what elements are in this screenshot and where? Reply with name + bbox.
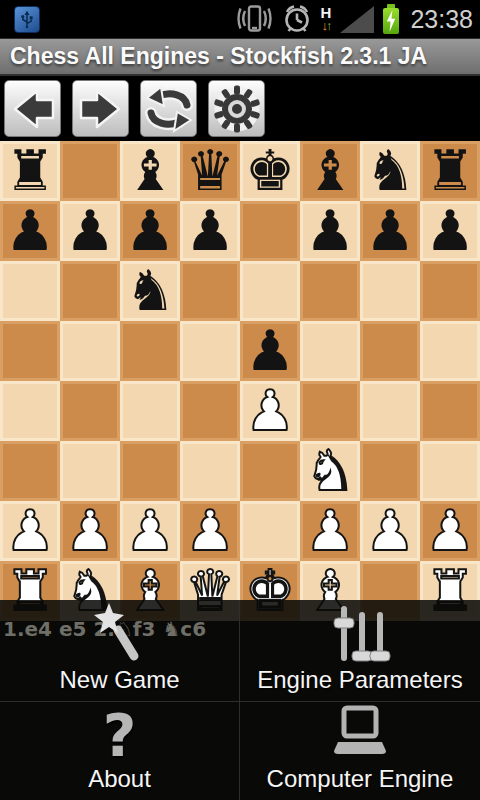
square-g6[interactable] [360,261,420,321]
black-queen: ♛ [185,141,235,201]
square-e3[interactable] [240,441,300,501]
black-rook: ♜ [5,141,55,201]
black-rook: ♜ [425,141,475,201]
menu-item-new-game[interactable]: New Game [0,600,240,702]
square-f7[interactable]: ♟ [300,201,360,261]
square-d4[interactable] [180,381,240,441]
square-f4[interactable] [300,381,360,441]
square-g8[interactable]: ♞ [360,141,420,201]
square-f3[interactable]: ♞ [300,441,360,501]
charging-bolt-icon [384,9,398,33]
square-f5[interactable] [300,321,360,381]
gear-icon [213,85,261,133]
square-g5[interactable] [360,321,420,381]
square-d3[interactable] [180,441,240,501]
sliders-icon [328,598,392,666]
square-f6[interactable] [300,261,360,321]
black-pawn: ♟ [185,201,235,261]
white-pawn: ♟ [425,501,475,561]
toolbar [0,76,480,141]
square-e2[interactable] [240,501,300,561]
status-bar: H ↓↑ 23:38 [0,0,480,38]
app-root: H ↓↑ 23:38 Chess All Engines - Stockfish… [0,0,480,800]
square-c4[interactable] [120,381,180,441]
square-h2[interactable]: ♟ [420,501,480,561]
laptop-icon [328,697,392,765]
title-bar: Chess All Engines - Stockfish 2.3.1 JA [0,38,480,76]
white-knight: ♞ [305,441,355,501]
square-h4[interactable] [420,381,480,441]
hspa-data-icon: H ↓↑ [321,5,332,32]
square-b3[interactable] [60,441,120,501]
black-knight: ♞ [365,141,415,201]
menu-label-about: About [88,765,151,793]
menu-item-engine-parameters[interactable]: Engine Parameters [240,600,480,702]
black-pawn: ♟ [365,201,415,261]
signal-icon [340,6,374,33]
arrow-left-icon [9,85,57,133]
square-h3[interactable] [420,441,480,501]
square-a3[interactable] [0,441,60,501]
square-a2[interactable]: ♟ [0,501,60,561]
square-a4[interactable] [0,381,60,441]
square-d7[interactable]: ♟ [180,201,240,261]
square-b7[interactable]: ♟ [60,201,120,261]
square-b4[interactable] [60,381,120,441]
square-g2[interactable]: ♟ [360,501,420,561]
status-clock: 23:38 [410,5,473,34]
square-c7[interactable]: ♟ [120,201,180,261]
square-h6[interactable] [420,261,480,321]
square-c2[interactable]: ♟ [120,501,180,561]
white-pawn: ♟ [125,501,175,561]
white-pawn: ♟ [65,501,115,561]
black-knight: ♞ [125,261,175,321]
options-menu-overlay: 1.e4 e5 2.♘f3 ♞c6 New Game [0,600,480,800]
square-e4[interactable]: ♟ [240,381,300,441]
square-d8[interactable]: ♛ [180,141,240,201]
white-pawn: ♟ [245,381,295,441]
square-h5[interactable] [420,321,480,381]
menu-label-engine-parameters: Engine Parameters [257,666,462,694]
square-g4[interactable] [360,381,420,441]
square-c5[interactable] [120,321,180,381]
square-e7[interactable] [240,201,300,261]
black-bishop: ♝ [125,141,175,201]
square-g3[interactable] [360,441,420,501]
square-a5[interactable] [0,321,60,381]
black-pawn: ♟ [5,201,55,261]
square-a6[interactable] [0,261,60,321]
forward-button[interactable] [72,80,129,137]
black-pawn: ♟ [245,321,295,381]
square-b8[interactable] [60,141,120,201]
black-pawn: ♟ [125,201,175,261]
square-d6[interactable] [180,261,240,321]
app-title: Chess All Engines - Stockfish 2.3.1 JA [10,43,427,70]
menu-label-computer-engine: Computer Engine [267,765,454,793]
square-h7[interactable]: ♟ [420,201,480,261]
square-f8[interactable]: ♝ [300,141,360,201]
square-e6[interactable] [240,261,300,321]
usb-icon [14,6,40,33]
square-e5[interactable]: ♟ [240,321,300,381]
magic-wand-icon [88,598,152,666]
square-c8[interactable]: ♝ [120,141,180,201]
menu-item-about[interactable]: ? About [0,702,240,800]
black-pawn: ♟ [65,201,115,261]
square-d2[interactable]: ♟ [180,501,240,561]
white-pawn: ♟ [185,501,235,561]
chess-board: ♜♝♛♚♝♞♜♟♟♟♟♟♟♟♞♟♟♞♟♟♟♟♟♟♟♜♞♝♛♚♝♜ [0,141,480,621]
square-f2[interactable]: ♟ [300,501,360,561]
arrow-right-icon [77,85,125,133]
black-pawn: ♟ [305,201,355,261]
white-pawn: ♟ [305,501,355,561]
square-a8[interactable]: ♜ [0,141,60,201]
vibrate-icon [236,4,273,34]
options-menu: New Game [0,600,480,800]
square-b5[interactable] [60,321,120,381]
swap-arrows-icon [145,85,193,133]
back-button[interactable] [4,80,61,137]
square-e8[interactable]: ♚ [240,141,300,201]
square-b2[interactable]: ♟ [60,501,120,561]
white-pawn: ♟ [5,501,55,561]
black-king: ♚ [245,141,295,201]
settings-button[interactable] [208,80,265,137]
square-g7[interactable]: ♟ [360,201,420,261]
question-mark-icon: ? [103,702,137,765]
square-d5[interactable] [180,321,240,381]
square-c6[interactable]: ♞ [120,261,180,321]
square-c3[interactable] [120,441,180,501]
flip-board-button[interactable] [140,80,197,137]
menu-item-computer-engine[interactable]: Computer Engine [240,702,480,800]
white-pawn: ♟ [365,501,415,561]
black-bishop: ♝ [305,141,355,201]
square-a7[interactable]: ♟ [0,201,60,261]
square-h8[interactable]: ♜ [420,141,480,201]
alarm-icon [282,4,312,34]
black-pawn: ♟ [425,201,475,261]
battery-icon [383,4,399,34]
menu-label-new-game: New Game [59,666,179,694]
square-b6[interactable] [60,261,120,321]
